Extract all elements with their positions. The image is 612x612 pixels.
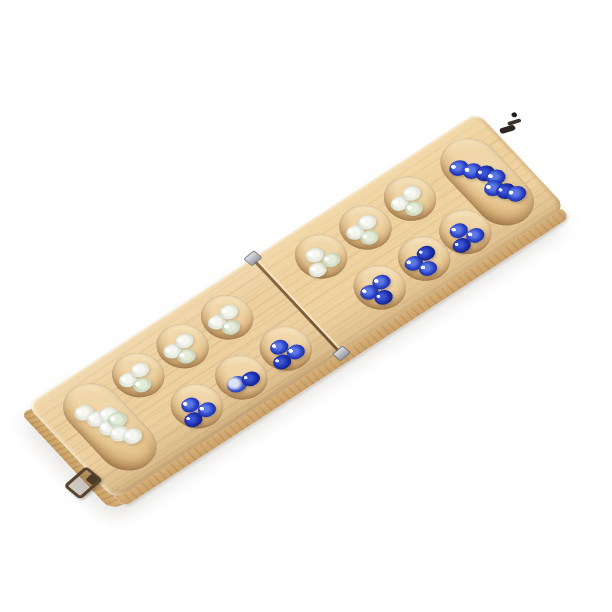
product-photo-scene <box>0 0 612 612</box>
corner-clasp-icon <box>510 112 518 118</box>
corner-clasp-icon <box>499 124 517 134</box>
mancala-board <box>26 112 566 500</box>
